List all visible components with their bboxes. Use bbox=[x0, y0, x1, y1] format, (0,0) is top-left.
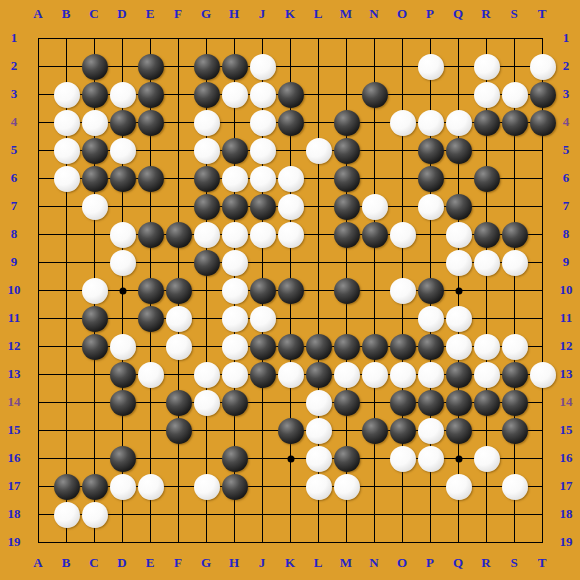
black-stone[interactable] bbox=[222, 446, 248, 472]
row-label-right: 11 bbox=[560, 311, 572, 325]
row-label-left: 12 bbox=[8, 339, 21, 353]
black-stone[interactable] bbox=[334, 138, 360, 164]
white-stone[interactable] bbox=[222, 278, 248, 304]
white-stone[interactable] bbox=[166, 306, 192, 332]
black-stone[interactable] bbox=[278, 278, 304, 304]
star-point bbox=[119, 287, 126, 294]
row-label-left: 10 bbox=[8, 283, 21, 297]
black-stone[interactable] bbox=[334, 166, 360, 192]
white-stone[interactable] bbox=[418, 362, 444, 388]
black-stone[interactable] bbox=[250, 362, 276, 388]
black-stone[interactable] bbox=[502, 110, 528, 136]
black-stone[interactable] bbox=[418, 278, 444, 304]
row-label-right: 16 bbox=[560, 451, 573, 465]
white-stone[interactable] bbox=[390, 110, 416, 136]
white-stone[interactable] bbox=[390, 222, 416, 248]
row-label-left: 5 bbox=[11, 143, 18, 157]
col-label-bottom: E bbox=[146, 556, 155, 570]
white-stone[interactable] bbox=[110, 474, 136, 500]
white-stone[interactable] bbox=[54, 110, 80, 136]
white-stone[interactable] bbox=[390, 446, 416, 472]
row-label-right: 4 bbox=[563, 115, 570, 129]
white-stone[interactable] bbox=[278, 166, 304, 192]
white-stone[interactable] bbox=[82, 110, 108, 136]
white-stone[interactable] bbox=[110, 138, 136, 164]
white-stone[interactable] bbox=[474, 54, 500, 80]
black-stone[interactable] bbox=[138, 306, 164, 332]
col-label-top: S bbox=[510, 7, 517, 21]
col-label-bottom: R bbox=[481, 556, 490, 570]
black-stone[interactable] bbox=[334, 278, 360, 304]
black-stone[interactable] bbox=[418, 390, 444, 416]
row-label-right: 13 bbox=[560, 367, 573, 381]
black-stone[interactable] bbox=[194, 194, 220, 220]
white-stone[interactable] bbox=[250, 110, 276, 136]
black-stone[interactable] bbox=[418, 166, 444, 192]
black-stone[interactable] bbox=[82, 82, 108, 108]
row-label-right: 7 bbox=[563, 199, 570, 213]
black-stone[interactable] bbox=[502, 390, 528, 416]
black-stone[interactable] bbox=[110, 166, 136, 192]
col-label-bottom: T bbox=[538, 556, 547, 570]
row-label-right: 12 bbox=[560, 339, 573, 353]
black-stone[interactable] bbox=[222, 138, 248, 164]
col-label-top: M bbox=[340, 7, 352, 21]
black-stone[interactable] bbox=[194, 166, 220, 192]
col-label-bottom: D bbox=[117, 556, 126, 570]
row-label-right: 3 bbox=[563, 87, 570, 101]
white-stone[interactable] bbox=[474, 250, 500, 276]
white-stone[interactable] bbox=[502, 250, 528, 276]
white-stone[interactable] bbox=[418, 194, 444, 220]
row-label-left: 4 bbox=[11, 115, 18, 129]
black-stone[interactable] bbox=[446, 418, 472, 444]
col-label-bottom: H bbox=[229, 556, 239, 570]
black-stone[interactable] bbox=[166, 222, 192, 248]
black-stone[interactable] bbox=[502, 222, 528, 248]
black-stone[interactable] bbox=[362, 334, 388, 360]
col-label-top: K bbox=[285, 7, 295, 21]
white-stone[interactable] bbox=[390, 278, 416, 304]
white-stone[interactable] bbox=[54, 502, 80, 528]
goban[interactable]: AABBCCDDEEFFGGHHJJKKLLMMNNOOPPQQRRSSTT11… bbox=[0, 0, 580, 580]
col-label-bottom: J bbox=[259, 556, 266, 570]
white-stone[interactable] bbox=[418, 110, 444, 136]
grid-line-vertical bbox=[374, 38, 375, 543]
black-stone[interactable] bbox=[362, 82, 388, 108]
white-stone[interactable] bbox=[222, 334, 248, 360]
white-stone[interactable] bbox=[250, 138, 276, 164]
col-label-top: R bbox=[481, 7, 490, 21]
row-label-left: 16 bbox=[8, 451, 21, 465]
col-label-bottom: K bbox=[285, 556, 295, 570]
grid-line-horizontal bbox=[38, 542, 543, 543]
black-stone[interactable] bbox=[390, 390, 416, 416]
row-label-left: 1 bbox=[11, 31, 18, 45]
white-stone[interactable] bbox=[82, 502, 108, 528]
row-label-left: 17 bbox=[8, 479, 21, 493]
white-stone[interactable] bbox=[306, 474, 332, 500]
col-label-bottom: N bbox=[369, 556, 378, 570]
white-stone[interactable] bbox=[474, 334, 500, 360]
white-stone[interactable] bbox=[530, 54, 556, 80]
black-stone[interactable] bbox=[530, 82, 556, 108]
row-label-left: 15 bbox=[8, 423, 21, 437]
col-label-top: C bbox=[89, 7, 98, 21]
black-stone[interactable] bbox=[138, 110, 164, 136]
row-label-right: 14 bbox=[560, 395, 573, 409]
col-label-top: P bbox=[426, 7, 434, 21]
row-label-left: 8 bbox=[11, 227, 18, 241]
black-stone[interactable] bbox=[418, 138, 444, 164]
col-label-bottom: Q bbox=[453, 556, 463, 570]
col-label-bottom: O bbox=[397, 556, 407, 570]
black-stone[interactable] bbox=[138, 82, 164, 108]
row-label-right: 2 bbox=[563, 59, 570, 73]
white-stone[interactable] bbox=[194, 474, 220, 500]
black-stone[interactable] bbox=[110, 390, 136, 416]
row-label-left: 14 bbox=[8, 395, 21, 409]
black-stone[interactable] bbox=[474, 166, 500, 192]
white-stone[interactable] bbox=[446, 306, 472, 332]
col-label-top: D bbox=[117, 7, 126, 21]
black-stone[interactable] bbox=[138, 278, 164, 304]
col-label-top: H bbox=[229, 7, 239, 21]
row-label-left: 13 bbox=[8, 367, 21, 381]
row-label-left: 9 bbox=[11, 255, 18, 269]
white-stone[interactable] bbox=[474, 446, 500, 472]
black-stone[interactable] bbox=[334, 194, 360, 220]
black-stone[interactable] bbox=[82, 138, 108, 164]
white-stone[interactable] bbox=[418, 418, 444, 444]
col-label-bottom: A bbox=[33, 556, 42, 570]
black-stone[interactable] bbox=[82, 474, 108, 500]
black-stone[interactable] bbox=[222, 474, 248, 500]
col-label-bottom: C bbox=[89, 556, 98, 570]
row-label-right: 8 bbox=[563, 227, 570, 241]
black-stone[interactable] bbox=[502, 362, 528, 388]
white-stone[interactable] bbox=[446, 110, 472, 136]
white-stone[interactable] bbox=[194, 362, 220, 388]
black-stone[interactable] bbox=[166, 418, 192, 444]
row-label-right: 9 bbox=[563, 255, 570, 269]
black-stone[interactable] bbox=[474, 390, 500, 416]
white-stone[interactable] bbox=[194, 110, 220, 136]
white-stone[interactable] bbox=[362, 194, 388, 220]
black-stone[interactable] bbox=[222, 194, 248, 220]
row-label-left: 18 bbox=[8, 507, 21, 521]
black-stone[interactable] bbox=[110, 110, 136, 136]
black-stone[interactable] bbox=[446, 390, 472, 416]
black-stone[interactable] bbox=[82, 334, 108, 360]
white-stone[interactable] bbox=[166, 334, 192, 360]
col-label-top: J bbox=[259, 7, 266, 21]
white-stone[interactable] bbox=[222, 82, 248, 108]
black-stone[interactable] bbox=[166, 278, 192, 304]
white-stone[interactable] bbox=[250, 222, 276, 248]
black-stone[interactable] bbox=[362, 418, 388, 444]
black-stone[interactable] bbox=[194, 250, 220, 276]
white-stone[interactable] bbox=[418, 54, 444, 80]
white-stone[interactable] bbox=[502, 334, 528, 360]
black-stone[interactable] bbox=[306, 362, 332, 388]
white-stone[interactable] bbox=[250, 306, 276, 332]
row-label-right: 18 bbox=[560, 507, 573, 521]
black-stone[interactable] bbox=[110, 362, 136, 388]
col-label-bottom: P bbox=[426, 556, 434, 570]
row-label-left: 11 bbox=[8, 311, 20, 325]
white-stone[interactable] bbox=[222, 250, 248, 276]
white-stone[interactable] bbox=[194, 138, 220, 164]
white-stone[interactable] bbox=[82, 194, 108, 220]
black-stone[interactable] bbox=[446, 138, 472, 164]
col-label-top: T bbox=[538, 7, 547, 21]
black-stone[interactable] bbox=[390, 334, 416, 360]
white-stone[interactable] bbox=[222, 306, 248, 332]
row-label-right: 17 bbox=[560, 479, 573, 493]
white-stone[interactable] bbox=[110, 334, 136, 360]
black-stone[interactable] bbox=[334, 390, 360, 416]
star-point bbox=[455, 287, 462, 294]
white-stone[interactable] bbox=[306, 390, 332, 416]
white-stone[interactable] bbox=[250, 54, 276, 80]
white-stone[interactable] bbox=[110, 250, 136, 276]
row-label-right: 15 bbox=[560, 423, 573, 437]
row-label-right: 19 bbox=[560, 535, 573, 549]
star-point bbox=[287, 455, 294, 462]
col-label-bottom: F bbox=[174, 556, 182, 570]
row-label-right: 6 bbox=[563, 171, 570, 185]
black-stone[interactable] bbox=[138, 222, 164, 248]
black-stone[interactable] bbox=[222, 54, 248, 80]
col-label-top: B bbox=[62, 7, 71, 21]
white-stone[interactable] bbox=[54, 82, 80, 108]
black-stone[interactable] bbox=[82, 306, 108, 332]
row-label-right: 10 bbox=[560, 283, 573, 297]
white-stone[interactable] bbox=[110, 222, 136, 248]
col-label-bottom: M bbox=[340, 556, 352, 570]
black-stone[interactable] bbox=[250, 194, 276, 220]
black-stone[interactable] bbox=[474, 110, 500, 136]
white-stone[interactable] bbox=[110, 82, 136, 108]
black-stone[interactable] bbox=[82, 54, 108, 80]
black-stone[interactable] bbox=[250, 278, 276, 304]
white-stone[interactable] bbox=[278, 222, 304, 248]
col-label-bottom: L bbox=[314, 556, 323, 570]
white-stone[interactable] bbox=[250, 166, 276, 192]
black-stone[interactable] bbox=[54, 474, 80, 500]
white-stone[interactable] bbox=[82, 278, 108, 304]
row-label-right: 1 bbox=[563, 31, 570, 45]
black-stone[interactable] bbox=[278, 418, 304, 444]
white-stone[interactable] bbox=[138, 474, 164, 500]
grid-line-horizontal bbox=[38, 514, 543, 515]
white-stone[interactable] bbox=[54, 166, 80, 192]
black-stone[interactable] bbox=[194, 54, 220, 80]
black-stone[interactable] bbox=[334, 222, 360, 248]
star-point bbox=[455, 455, 462, 462]
black-stone[interactable] bbox=[418, 334, 444, 360]
black-stone[interactable] bbox=[362, 222, 388, 248]
black-stone[interactable] bbox=[446, 362, 472, 388]
row-label-left: 7 bbox=[11, 199, 18, 213]
black-stone[interactable] bbox=[194, 82, 220, 108]
white-stone[interactable] bbox=[390, 362, 416, 388]
white-stone[interactable] bbox=[334, 362, 360, 388]
white-stone[interactable] bbox=[222, 362, 248, 388]
black-stone[interactable] bbox=[82, 166, 108, 192]
col-label-bottom: B bbox=[62, 556, 71, 570]
black-stone[interactable] bbox=[474, 222, 500, 248]
white-stone[interactable] bbox=[418, 306, 444, 332]
col-label-top: F bbox=[174, 7, 182, 21]
white-stone[interactable] bbox=[474, 362, 500, 388]
white-stone[interactable] bbox=[530, 362, 556, 388]
black-stone[interactable] bbox=[250, 334, 276, 360]
white-stone[interactable] bbox=[54, 138, 80, 164]
row-label-left: 6 bbox=[11, 171, 18, 185]
white-stone[interactable] bbox=[250, 82, 276, 108]
col-label-top: Q bbox=[453, 7, 463, 21]
black-stone[interactable] bbox=[446, 194, 472, 220]
row-label-left: 19 bbox=[8, 535, 21, 549]
col-label-top: O bbox=[397, 7, 407, 21]
col-label-top: G bbox=[201, 7, 211, 21]
white-stone[interactable] bbox=[446, 334, 472, 360]
black-stone[interactable] bbox=[390, 418, 416, 444]
white-stone[interactable] bbox=[222, 222, 248, 248]
white-stone[interactable] bbox=[418, 446, 444, 472]
white-stone[interactable] bbox=[194, 222, 220, 248]
black-stone[interactable] bbox=[502, 418, 528, 444]
black-stone[interactable] bbox=[166, 390, 192, 416]
white-stone[interactable] bbox=[334, 474, 360, 500]
white-stone[interactable] bbox=[446, 474, 472, 500]
black-stone[interactable] bbox=[278, 110, 304, 136]
white-stone[interactable] bbox=[306, 138, 332, 164]
white-stone[interactable] bbox=[446, 250, 472, 276]
col-label-top: N bbox=[369, 7, 378, 21]
black-stone[interactable] bbox=[278, 82, 304, 108]
col-label-top: A bbox=[33, 7, 42, 21]
col-label-bottom: S bbox=[510, 556, 517, 570]
white-stone[interactable] bbox=[502, 474, 528, 500]
white-stone[interactable] bbox=[474, 82, 500, 108]
white-stone[interactable] bbox=[446, 222, 472, 248]
black-stone[interactable] bbox=[334, 110, 360, 136]
col-label-top: L bbox=[314, 7, 323, 21]
white-stone[interactable] bbox=[138, 362, 164, 388]
black-stone[interactable] bbox=[138, 166, 164, 192]
white-stone[interactable] bbox=[278, 194, 304, 220]
white-stone[interactable] bbox=[306, 418, 332, 444]
black-stone[interactable] bbox=[110, 446, 136, 472]
black-stone[interactable] bbox=[278, 334, 304, 360]
black-stone[interactable] bbox=[334, 334, 360, 360]
white-stone[interactable] bbox=[502, 82, 528, 108]
black-stone[interactable] bbox=[334, 446, 360, 472]
white-stone[interactable] bbox=[194, 390, 220, 416]
col-label-top: E bbox=[146, 7, 155, 21]
black-stone[interactable] bbox=[530, 110, 556, 136]
row-label-right: 5 bbox=[563, 143, 570, 157]
white-stone[interactable] bbox=[278, 362, 304, 388]
white-stone[interactable] bbox=[306, 446, 332, 472]
black-stone[interactable] bbox=[222, 390, 248, 416]
row-label-left: 3 bbox=[11, 87, 18, 101]
white-stone[interactable] bbox=[222, 166, 248, 192]
col-label-bottom: G bbox=[201, 556, 211, 570]
black-stone[interactable] bbox=[138, 54, 164, 80]
white-stone[interactable] bbox=[362, 362, 388, 388]
black-stone[interactable] bbox=[306, 334, 332, 360]
row-label-left: 2 bbox=[11, 59, 18, 73]
